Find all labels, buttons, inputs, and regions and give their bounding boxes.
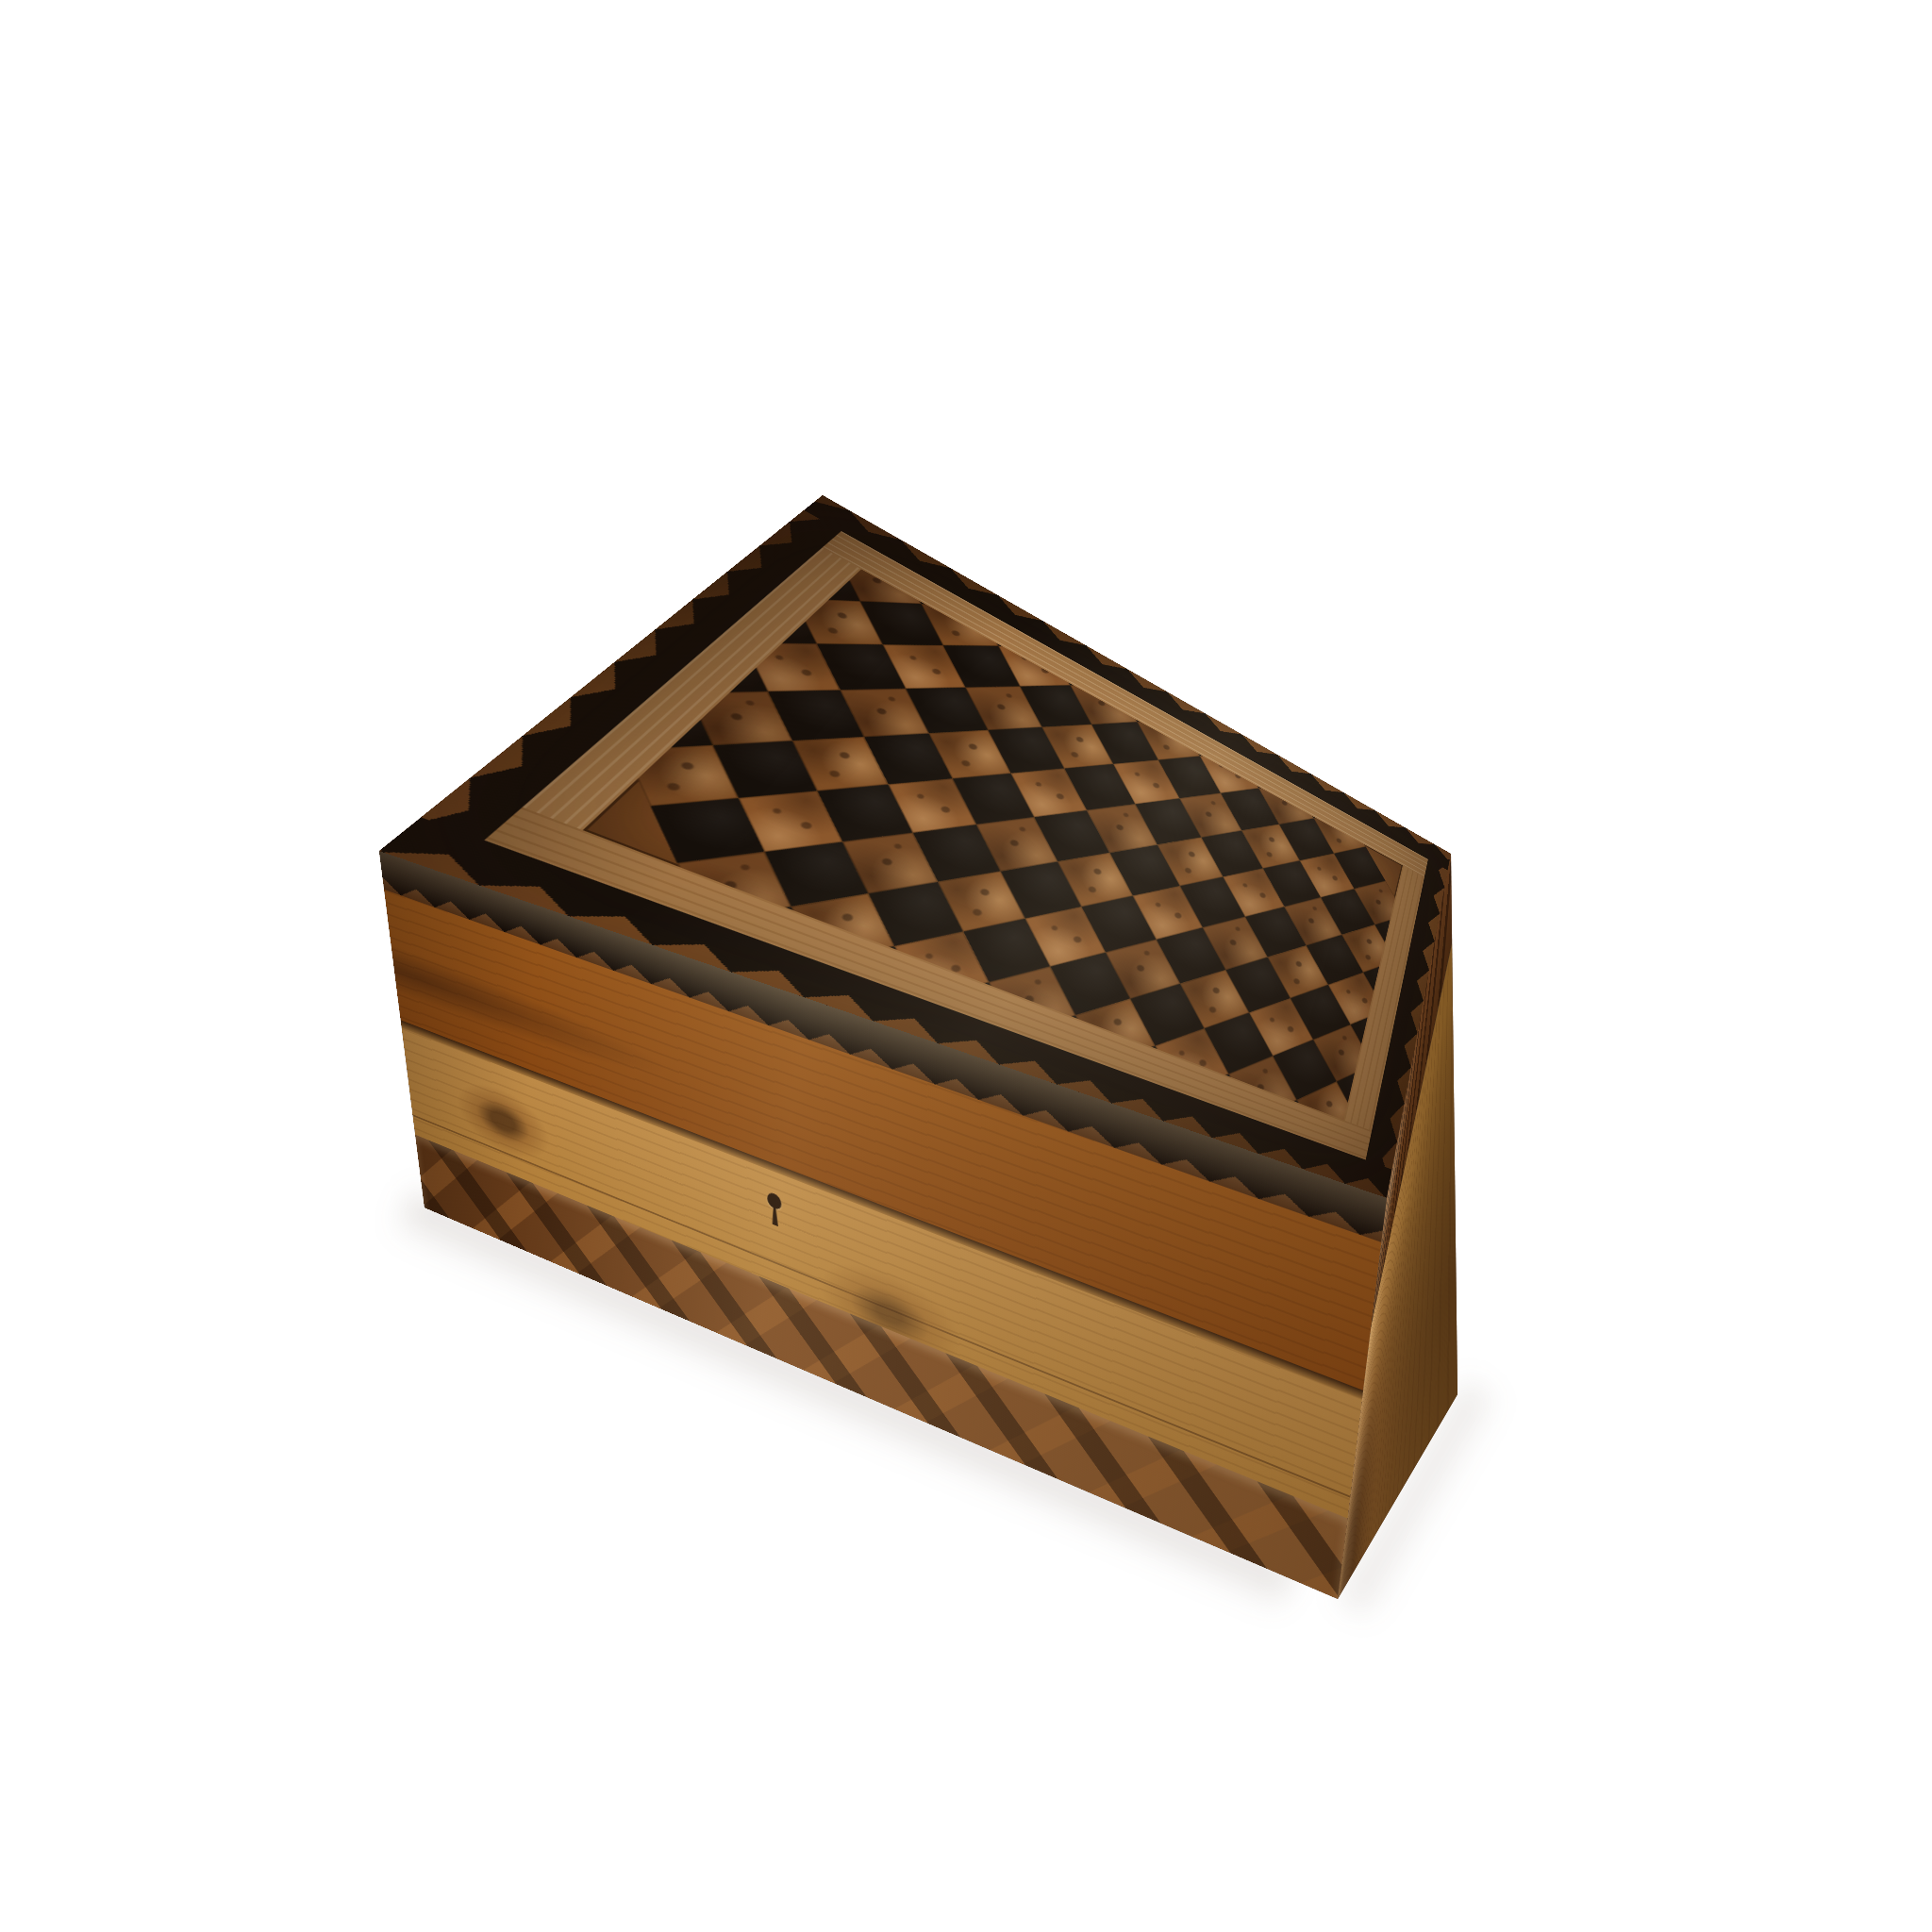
board-cell	[1179, 648, 1236, 682]
board-cell	[1122, 569, 1179, 583]
board-cell	[1179, 583, 1233, 617]
board-cell	[1080, 569, 1141, 580]
board-cell	[1141, 580, 1197, 615]
board-cell	[1160, 614, 1217, 649]
board-cell	[1160, 569, 1214, 586]
board-cell	[1075, 610, 1139, 647]
board-cell	[1198, 616, 1252, 649]
board-cell	[1199, 682, 1255, 718]
board-cell	[1255, 713, 1307, 749]
board-cell	[1236, 681, 1289, 715]
board-cell	[583, 569, 639, 591]
board-cell	[1008, 571, 1075, 610]
board-cell	[1056, 575, 1120, 612]
board-cell	[1119, 612, 1179, 648]
photo-canvas	[0, 0, 1932, 1932]
board-cell	[1139, 648, 1198, 684]
board-cell	[1100, 577, 1160, 614]
board-cell	[988, 569, 1056, 574]
board-cell	[1036, 569, 1100, 577]
board-cell	[1217, 649, 1271, 682]
